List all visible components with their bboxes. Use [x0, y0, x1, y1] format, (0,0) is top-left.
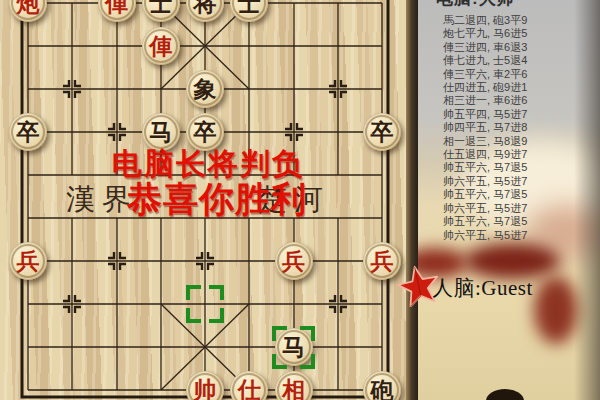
move-list-line: 帅六平五, 马5进7	[443, 202, 527, 215]
piece-bowl-edge	[486, 389, 524, 400]
piece-glyph: 兵	[275, 242, 313, 280]
move-list-line: 仕五退四, 马9进7	[443, 148, 527, 161]
computer-player-label: 电脑:大师	[436, 0, 515, 10]
human-player-label: 人脑:Guest	[432, 274, 533, 302]
move-list-line: 帅六平五, 马5进7	[443, 229, 527, 242]
move-list-line: 帅四平五, 马7进8	[443, 121, 527, 134]
piece-glyph: 仕	[230, 371, 268, 400]
current-player-star-icon	[397, 263, 441, 307]
side-panel: 电脑:大师 馬二退四, 砲3平9炮七平九, 马6进5俥三进四, 車6退3俥七进九…	[418, 0, 600, 400]
move-list-line: 帅五平六, 马7退5	[443, 188, 527, 201]
result-banner-line2: 恭喜你胜利	[127, 176, 307, 223]
xiangqi-piece-red[interactable]: 俥	[98, 0, 136, 22]
piece-glyph: 炮	[9, 0, 47, 22]
piece-glyph: 相	[275, 371, 313, 400]
background-blur-blob	[534, 276, 578, 344]
piece-glyph: 象	[186, 70, 224, 108]
xiangqi-piece-red[interactable]: 帅	[186, 371, 224, 400]
last-move-to-marker	[272, 326, 315, 369]
xiangqi-piece-red[interactable]: 兵	[9, 242, 47, 280]
xiangqi-piece-black[interactable]: 卒	[9, 113, 47, 151]
piece-glyph: 俥	[98, 0, 136, 22]
board-right-edge	[406, 0, 418, 400]
move-list-line: 俥三进四, 車6退3	[443, 41, 527, 54]
xiangqi-piece-black[interactable]: 卒	[363, 113, 401, 151]
move-list-line: 帅五平六, 马7退5	[443, 161, 527, 174]
xiangqi-piece-black[interactable]: 象	[186, 70, 224, 108]
move-list: 馬二退四, 砲3平9炮七平九, 马6进5俥三进四, 車6退3俥七进九, 士5退4…	[443, 14, 527, 242]
piece-glyph: 兵	[9, 242, 47, 280]
move-list-line: 馬二退四, 砲3平9	[443, 14, 527, 27]
xiangqi-piece-red[interactable]: 兵	[363, 242, 401, 280]
xiangqi-piece-red[interactable]: 俥	[142, 27, 180, 65]
xiangqi-piece-black[interactable]: 将	[186, 0, 224, 22]
piece-glyph: 砲	[363, 371, 401, 400]
xiangqi-piece-red[interactable]: 仕	[230, 371, 268, 400]
xiangqi-piece-red[interactable]: 兵	[275, 242, 313, 280]
piece-glyph: 卒	[363, 113, 401, 151]
move-list-line: 俥七进九, 士5退4	[443, 54, 527, 67]
move-list-line: 炮七平九, 马6进5	[443, 27, 527, 40]
move-list-line: 仕四进五, 砲9进1	[443, 81, 527, 94]
move-list-line: 帅五平六, 马7退5	[443, 215, 527, 228]
piece-glyph: 帅	[186, 371, 224, 400]
xiangqi-board[interactable]: 漢界 楚河 炮俥士将士俥象卒马卒卒兵兵兵马帅仕相砲 电脑长将判负 恭喜你胜利	[0, 0, 406, 400]
piece-glyph: 将	[186, 0, 224, 22]
piece-glyph: 卒	[9, 113, 47, 151]
move-list-line: 相三进一, 車6进6	[443, 94, 527, 107]
xiangqi-piece-red[interactable]: 炮	[9, 0, 47, 22]
xiangqi-piece-red[interactable]: 相	[275, 371, 313, 400]
last-move-from-marker	[186, 285, 224, 323]
move-list-line: 俥三平六, 車2平6	[443, 68, 527, 81]
xiangqi-piece-black[interactable]: 士	[142, 0, 180, 22]
piece-glyph: 俥	[142, 27, 180, 65]
xiangqi-app-window: 漢界 楚河 炮俥士将士俥象卒马卒卒兵兵兵马帅仕相砲 电脑长将判负 恭喜你胜利 电…	[0, 0, 600, 400]
piece-glyph: 士	[230, 0, 268, 22]
xiangqi-piece-black[interactable]: 士	[230, 0, 268, 22]
move-list-line: 帅五平四, 马5进7	[443, 108, 527, 121]
window-edge-shadow	[574, 0, 600, 400]
move-list-line: 帅六平五, 马5进7	[443, 175, 527, 188]
piece-glyph: 士	[142, 0, 180, 22]
piece-glyph: 兵	[363, 242, 401, 280]
xiangqi-piece-black[interactable]: 砲	[363, 371, 401, 400]
move-list-line: 相一退三, 马8退9	[443, 135, 527, 148]
